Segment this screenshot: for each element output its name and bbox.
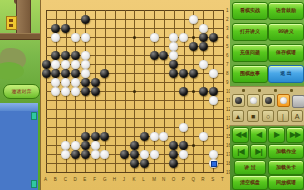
clear-board-button[interactable]: 清空棋盘 (232, 175, 268, 190)
white-stone (159, 132, 168, 141)
col-label: Q (191, 177, 195, 182)
col-label: N (162, 177, 165, 182)
control-panel: 看棋实战 语音鼓励 打开讲义 99讲义 充值问题 保存棋谱 围棋故事 退 出 ▲… (230, 0, 304, 190)
black-stone (130, 141, 139, 150)
row-label: 8 (226, 71, 229, 76)
button-99-lecture[interactable]: 99讲义 (268, 23, 304, 41)
col-label: P (182, 177, 185, 182)
black-stone (81, 141, 90, 150)
tool-white-stone-selected-button[interactable] (277, 94, 290, 107)
tool-extra-button[interactable] (292, 95, 304, 108)
mark-square-button[interactable]: ■ (247, 110, 259, 122)
white-stone (81, 69, 90, 78)
black-stone (71, 51, 80, 60)
col-label: A (44, 177, 47, 182)
black-stone (130, 150, 139, 159)
white-stone-icon (280, 97, 287, 104)
row-label: 5 (226, 44, 229, 49)
black-stone-icon (235, 97, 242, 104)
black-stone (159, 51, 168, 60)
grid-line-vertical (223, 10, 224, 173)
black-stone (169, 60, 178, 69)
scrollbar-handle-bottom[interactable] (31, 180, 37, 188)
white-stone (71, 141, 80, 150)
row-label: 4 (226, 35, 229, 40)
invite-play-button[interactable]: 邀请对弈 (3, 84, 40, 99)
black-stone (140, 132, 149, 141)
app-window: 邀请对弈 12345678910111213141516171819ABCDEF… (0, 0, 304, 190)
load-level-button[interactable]: 加载关卡 (268, 160, 304, 175)
col-label: L (142, 177, 145, 182)
white-stone (71, 78, 80, 87)
white-stone (61, 78, 70, 87)
col-label: E (83, 177, 86, 182)
black-stone (91, 78, 100, 87)
black-stone (199, 87, 208, 96)
button-go-stories[interactable]: 围棋故事 (232, 65, 268, 83)
black-stone (209, 33, 218, 42)
black-stone (199, 33, 208, 42)
white-stone (169, 33, 178, 42)
white-stone (209, 150, 218, 159)
white-stone (71, 87, 80, 96)
tool-tab-dot (274, 89, 277, 92)
black-stone (150, 51, 159, 60)
row-label: 6 (226, 53, 229, 58)
white-stone (81, 60, 90, 69)
black-stone (81, 78, 90, 87)
white-stone (100, 150, 109, 159)
black-stone (91, 132, 100, 141)
col-label: R (201, 177, 204, 182)
button-recharge[interactable]: 充值问题 (232, 44, 268, 62)
white-stone-icon (250, 97, 257, 104)
black-stone (42, 60, 51, 69)
row-label: 9 (226, 80, 229, 85)
col-label: O (172, 177, 176, 182)
white-stone (91, 150, 100, 159)
tower-icon (16, 0, 31, 35)
black-stone (130, 159, 139, 168)
fast-forward-button[interactable]: ▶▶ (286, 127, 304, 143)
white-stone (91, 141, 100, 150)
black-stone (169, 150, 178, 159)
col-label: C (64, 177, 67, 182)
black-stone (71, 150, 80, 159)
row-label: 7 (226, 62, 229, 67)
black-stone (169, 141, 178, 150)
black-stone (51, 51, 60, 60)
last-move-marker (211, 161, 217, 167)
col-label: K (132, 177, 135, 182)
col-label: G (103, 177, 107, 182)
col-label: H (113, 177, 116, 182)
white-stone (169, 42, 178, 51)
white-stone (199, 24, 208, 33)
black-stone (91, 87, 100, 96)
col-label: J (123, 177, 125, 182)
black-stone (140, 159, 149, 168)
tool-white-stone-button[interactable] (247, 94, 260, 107)
black-stone (120, 150, 129, 159)
white-stone (189, 15, 198, 24)
bush-icon (0, 62, 24, 80)
chat-panel-header (0, 103, 38, 111)
black-stone-icon (265, 97, 272, 104)
white-stone (179, 150, 188, 159)
white-stone (179, 123, 188, 132)
col-label: S (211, 177, 214, 182)
button-exit[interactable]: 退 出 (268, 65, 304, 83)
grid-line-vertical (144, 10, 145, 173)
black-stone (61, 69, 70, 78)
grid-line-vertical (164, 10, 165, 173)
black-stone (81, 150, 90, 159)
go-board[interactable]: 12345678910111213141516171819ABCDEFGHJKL… (40, 0, 232, 190)
black-stone (179, 87, 188, 96)
white-stone (61, 150, 70, 159)
black-stone (179, 141, 188, 150)
white-stone (209, 96, 218, 105)
stone-markup-toolbox: ▲ ■ ○ | A (230, 86, 304, 126)
black-stone (81, 132, 90, 141)
grid-line-horizontal (46, 127, 224, 128)
white-stone (51, 78, 60, 87)
chat-panel[interactable] (0, 103, 40, 190)
grid-line-horizontal (46, 109, 224, 110)
grid-line-horizontal (46, 118, 224, 119)
col-label: D (73, 177, 76, 182)
white-stone (150, 150, 159, 159)
tool-black-stone-button[interactable] (232, 94, 245, 107)
mark-triangle-button[interactable]: ▲ (232, 110, 244, 122)
white-stone (51, 87, 60, 96)
tool-tab-dot (242, 89, 245, 92)
scrollbar-handle-top[interactable] (31, 112, 37, 120)
tool-tab-dot (258, 89, 261, 92)
grid-line-horizontal (46, 100, 224, 101)
play-button[interactable]: ▶ (268, 127, 285, 143)
black-stone (179, 69, 188, 78)
white-stone (61, 87, 70, 96)
black-stone (61, 51, 70, 60)
mark-line-button[interactable]: | (277, 110, 289, 122)
button-open-lecture[interactable]: 打开讲义 (232, 23, 268, 41)
go-to-end-button[interactable]: ▶| (250, 144, 267, 159)
load-homework-button[interactable]: 加载作业 (268, 144, 304, 159)
go-to-start-button[interactable]: |◀ (232, 144, 249, 159)
black-stone (51, 69, 60, 78)
wooden-beam-icon (0, 33, 40, 40)
rewind-button[interactable]: ◀◀ (232, 127, 249, 143)
black-stone (51, 24, 60, 33)
white-stone (51, 60, 60, 69)
black-stone (42, 69, 51, 78)
replay-record-button[interactable]: 回放棋谱 (268, 175, 304, 190)
row-label: 1 (226, 8, 229, 13)
mark-circle-button[interactable]: ○ (262, 110, 274, 122)
black-stone (81, 87, 90, 96)
col-label: T (221, 177, 224, 182)
button-watch-game[interactable]: 看棋实战 (232, 2, 268, 20)
white-stone (51, 33, 60, 42)
col-label: F (93, 177, 96, 182)
black-stone (209, 87, 218, 96)
black-stone (100, 132, 109, 141)
white-stone (169, 51, 178, 60)
mark-letter-button[interactable]: A (291, 110, 303, 122)
white-stone (61, 60, 70, 69)
tower-sign-icon (6, 16, 17, 30)
white-stone (61, 141, 70, 150)
white-stone (179, 33, 188, 42)
white-stone (71, 33, 80, 42)
white-stone (81, 33, 90, 42)
grid-line-horizontal (46, 172, 224, 173)
white-stone (140, 150, 149, 159)
black-stone (100, 69, 109, 78)
white-stone (150, 33, 159, 42)
col-label: B (54, 177, 57, 182)
black-stone (189, 42, 198, 51)
tool-black-stone-alt-button[interactable] (262, 94, 275, 107)
row-label: 3 (226, 26, 229, 31)
white-stone (81, 51, 90, 60)
button-voice-praise[interactable]: 语音鼓励 (268, 2, 304, 20)
white-stone (209, 69, 218, 78)
grid-line-horizontal (46, 136, 224, 137)
black-stone (61, 24, 70, 33)
black-stone (169, 159, 178, 168)
black-stone (169, 69, 178, 78)
white-stone (199, 60, 208, 69)
tool-tab-dot (290, 89, 293, 92)
col-label: M (152, 177, 156, 182)
black-stone (199, 42, 208, 51)
left-scenery-panel: 邀请对弈 (0, 0, 40, 190)
white-stone (199, 132, 208, 141)
step-back-button[interactable]: ◀ (250, 127, 267, 143)
white-stone (71, 60, 80, 69)
black-stone (189, 69, 198, 78)
white-stone (150, 132, 159, 141)
black-stone (71, 69, 80, 78)
row-label: 2 (226, 17, 229, 22)
button-save-record[interactable]: 保存棋谱 (268, 44, 304, 62)
black-stone (81, 15, 90, 24)
lecture-button[interactable]: 讲 过 (234, 160, 266, 175)
